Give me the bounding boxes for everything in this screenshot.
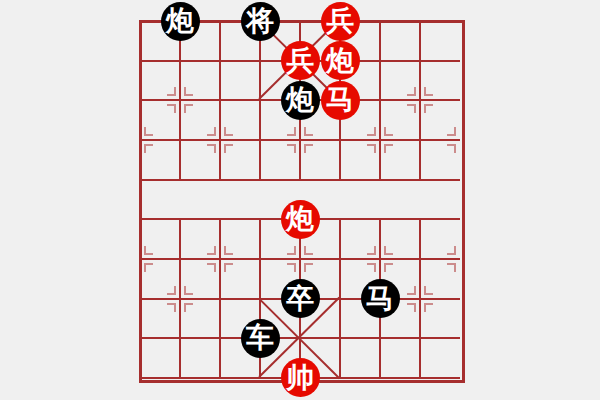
xiangqi-board: 炮将兵兵炮炮马炮卒马车帅: [140, 21, 460, 378]
board-intersection: 炮: [320, 41, 360, 81]
piece-black-general[interactable]: 将: [241, 2, 280, 41]
board-intersection: 兵: [320, 1, 360, 41]
board-intersection: 炮: [280, 199, 320, 239]
page-background: 炮将兵兵炮炮马炮卒马车帅: [0, 0, 600, 400]
piece-red-cannon[interactable]: 炮: [281, 200, 320, 239]
board-intersection: 兵: [280, 41, 320, 81]
board-intersection: 马: [360, 279, 400, 319]
board-intersection: 卒: [280, 279, 320, 319]
piece-black-cannon[interactable]: 炮: [281, 81, 320, 120]
board-grid: 炮将兵兵炮炮马炮卒马车帅: [120, 1, 480, 398]
piece-red-horse[interactable]: 马: [321, 81, 360, 120]
board-intersection: 车: [240, 318, 280, 358]
piece-black-chariot[interactable]: 车: [241, 319, 280, 358]
board-intersection: 马: [320, 80, 360, 120]
board-intersection: 炮: [280, 80, 320, 120]
piece-red-general[interactable]: 帅: [281, 358, 320, 397]
piece-red-soldier[interactable]: 兵: [321, 2, 360, 41]
board-intersection: 炮: [160, 1, 200, 41]
piece-red-cannon[interactable]: 炮: [321, 41, 360, 80]
board-intersection: 将: [240, 1, 280, 41]
piece-red-soldier[interactable]: 兵: [281, 41, 320, 80]
piece-black-cannon[interactable]: 炮: [161, 2, 200, 41]
piece-black-horse[interactable]: 马: [361, 279, 400, 318]
piece-black-soldier[interactable]: 卒: [281, 279, 320, 318]
board-intersection: 帅: [280, 358, 320, 398]
